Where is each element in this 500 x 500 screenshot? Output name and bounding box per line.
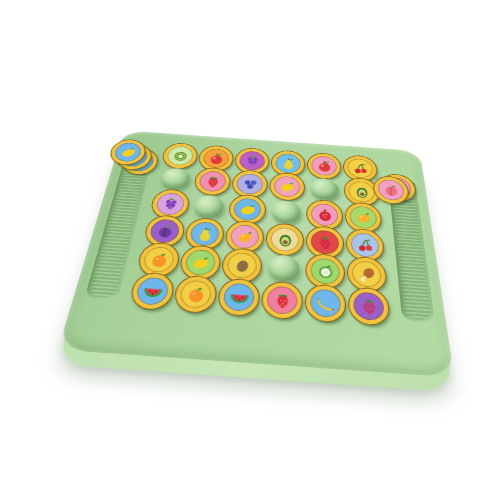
token-drumstick[interactable] [347, 257, 386, 292]
cell-r5c6 [345, 258, 388, 292]
watermelon-icon [139, 280, 166, 302]
cell-r6c1 [127, 274, 177, 310]
avocado-icon [274, 230, 296, 249]
product-photo [0, 0, 500, 500]
cell-r6c6 [346, 288, 391, 324]
grapes-icon [242, 153, 262, 169]
pear-icon [278, 155, 298, 171]
raspberry-icon [314, 233, 335, 252]
orange-icon [183, 283, 209, 305]
cell-r4c2 [182, 219, 226, 250]
token-strawberry[interactable] [262, 282, 302, 320]
right-token-stack [373, 179, 434, 223]
grapes-icon [158, 195, 182, 213]
cell-r5c1 [135, 244, 183, 277]
cell-r3c2 [187, 193, 229, 222]
cherries-icon [350, 160, 370, 176]
berries-icon [357, 295, 381, 317]
empty-dome [193, 195, 225, 219]
token-orange[interactable] [137, 243, 181, 278]
cell-r6c3 [215, 280, 261, 316]
token-guava[interactable] [306, 254, 344, 289]
token-lemon[interactable] [228, 194, 265, 224]
banana-icon [314, 292, 337, 314]
token-raspberry[interactable] [307, 226, 344, 259]
cell-r2c3 [230, 171, 270, 198]
empty-dome [267, 255, 299, 283]
plum-icon [152, 221, 177, 240]
strawberry-icon [270, 289, 294, 311]
game-board [58, 130, 455, 377]
empty-dome [159, 168, 191, 191]
cell-r5c3 [219, 249, 263, 282]
cell-r3c4 [266, 198, 306, 227]
cell-r3c5 [305, 200, 344, 229]
token-pear[interactable] [184, 218, 225, 251]
cell-r6c5 [304, 285, 348, 321]
token-blueberries[interactable] [232, 170, 268, 198]
cell-r3c1 [148, 190, 192, 219]
cell-r5c4 [262, 252, 305, 285]
cell-r1c3 [233, 148, 271, 173]
cell-r6c2 [171, 277, 219, 313]
lemon-icon [118, 144, 138, 160]
token-plum[interactable] [143, 215, 185, 247]
cell-r4c3 [223, 221, 266, 252]
cell-r6c4 [259, 283, 304, 319]
cell-r2c4 [268, 173, 306, 200]
cell-r3c3 [227, 195, 268, 224]
strawberry-icon [202, 173, 224, 190]
cell-r1c5 [306, 153, 343, 178]
left-token-stack [103, 142, 168, 183]
apple-icon [315, 158, 334, 174]
lemon-icon [277, 179, 297, 196]
cell-r4c4 [264, 224, 305, 255]
mango-icon [353, 209, 374, 227]
token-lemon[interactable] [179, 246, 221, 281]
guava-icon [314, 261, 336, 282]
cell-r1c2 [196, 146, 235, 171]
empty-dome [310, 178, 338, 201]
apple-icon [206, 150, 227, 165]
cell-r5c5 [304, 255, 346, 288]
drumstick-icon [355, 264, 378, 285]
playfield [127, 143, 392, 324]
watermelon-icon [227, 286, 252, 308]
token-lemon[interactable] [270, 173, 305, 202]
token-watermelon[interactable] [217, 279, 259, 317]
game-board-wrap [84, 55, 447, 418]
cell-r1c4 [269, 151, 306, 176]
blueberries-icon [239, 176, 260, 193]
token-apple[interactable] [308, 153, 341, 180]
kiwiFruit-icon [230, 255, 254, 275]
token-grapes[interactable] [150, 189, 190, 219]
peach-icon [381, 181, 401, 199]
token-mango[interactable] [225, 220, 264, 253]
cell-r1c6 [342, 156, 379, 181]
empty-dome [271, 200, 301, 225]
token-berries[interactable] [349, 287, 390, 325]
pomegranate-icon [314, 206, 334, 224]
cell-r2c2 [192, 168, 233, 195]
token-kiwiFruit[interactable] [221, 248, 262, 283]
avocado-icon [351, 184, 371, 201]
cell-r2c5 [306, 176, 344, 203]
cell-r4c6 [344, 230, 386, 261]
token-pomegranate[interactable] [307, 200, 342, 231]
mango-icon [233, 227, 256, 246]
cell-r5c2 [177, 246, 223, 279]
pear-icon [193, 224, 217, 243]
lemon-icon [236, 201, 258, 219]
orange-icon [146, 250, 172, 270]
kiwiSlice-icon [169, 148, 191, 163]
cell-r4c5 [305, 227, 346, 258]
cell-r4c1 [142, 216, 188, 247]
cherries-icon [354, 235, 376, 254]
token-orange[interactable] [173, 276, 217, 314]
lemon-icon [188, 253, 213, 273]
token-strawberry[interactable] [194, 168, 231, 196]
token-banana[interactable] [306, 284, 346, 322]
token-cherries[interactable] [346, 229, 384, 262]
token-avocado[interactable] [266, 223, 303, 256]
token-watermelon[interactable] [129, 273, 175, 311]
